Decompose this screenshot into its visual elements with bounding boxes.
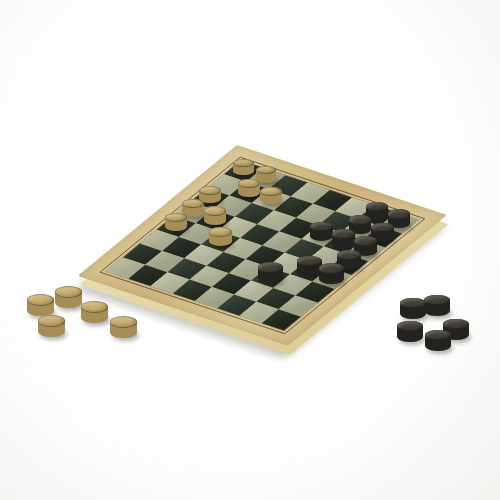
piece-face: [310, 222, 333, 232]
piece-face: [199, 186, 220, 195]
piece-face: [38, 315, 65, 326]
checker-piece-dark[interactable]: [400, 298, 426, 319]
checker-piece-light[interactable]: [233, 159, 253, 176]
checker-piece-light[interactable]: [165, 213, 188, 232]
checker-piece-light[interactable]: [81, 301, 108, 323]
checker-piece-dark[interactable]: [310, 222, 333, 241]
checker-piece-light[interactable]: [55, 286, 82, 308]
checker-piece-light[interactable]: [38, 315, 65, 337]
checker-piece-light[interactable]: [260, 187, 281, 205]
piece-face: [110, 316, 137, 327]
checker-piece-dark[interactable]: [297, 256, 321, 276]
piece-face: [337, 250, 361, 260]
checker-piece-dark[interactable]: [425, 330, 451, 351]
piece-face: [233, 159, 253, 168]
checker-piece-light[interactable]: [238, 179, 259, 196]
checker-piece-light[interactable]: [110, 316, 137, 338]
checkers-photo-scene: [0, 0, 500, 500]
checker-piece-light[interactable]: [27, 294, 54, 316]
piece-face: [319, 263, 344, 273]
checker-piece-dark[interactable]: [258, 262, 283, 282]
checker-piece-dark[interactable]: [319, 263, 344, 283]
piece-face: [260, 187, 281, 196]
piece-face: [332, 229, 355, 239]
checker-piece-dark[interactable]: [397, 321, 423, 342]
piece-face: [55, 286, 82, 297]
piece-face: [238, 179, 259, 188]
piece-face: [204, 206, 226, 215]
piece-face: [258, 262, 283, 272]
piece-face: [388, 209, 410, 218]
checker-piece-light[interactable]: [204, 206, 226, 224]
checker-piece-light[interactable]: [209, 227, 232, 246]
piece-face: [81, 301, 108, 312]
piece-face: [209, 227, 232, 237]
checker-piece-dark[interactable]: [332, 229, 355, 248]
piece-face: [27, 294, 54, 305]
checker-piece-dark[interactable]: [424, 295, 450, 316]
